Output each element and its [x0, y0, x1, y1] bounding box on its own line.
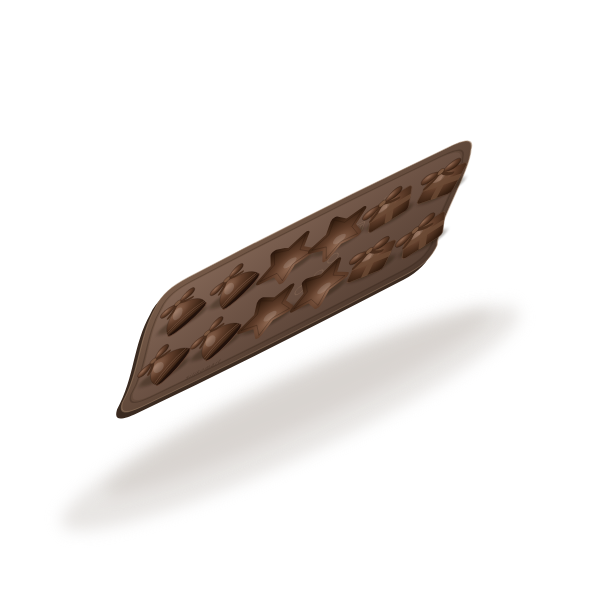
product-photo: silikomart [0, 0, 600, 600]
mould-photo-canvas: silikomart [0, 0, 600, 600]
